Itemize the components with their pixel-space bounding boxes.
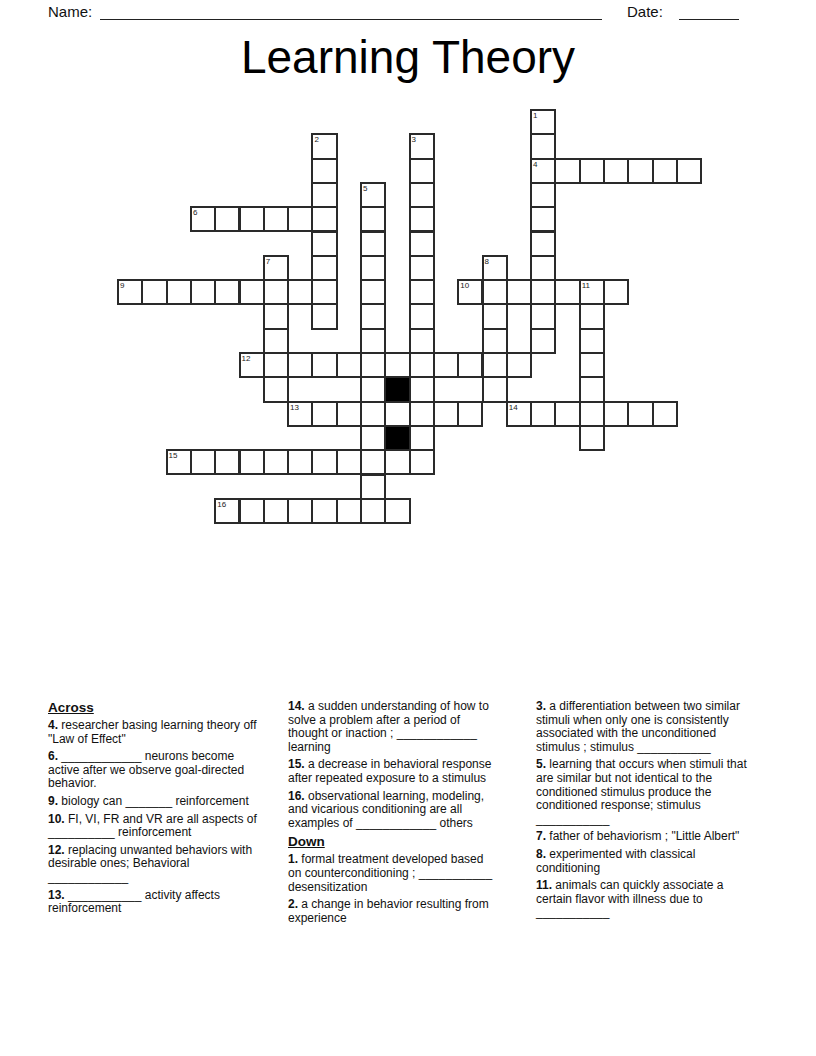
answer-cell[interactable] [409,206,435,232]
answer-cell[interactable] [263,206,289,232]
clue-number: 4. [48,718,61,732]
answer-cell[interactable] [311,255,337,281]
clue-7-down: 7. father of behaviorism ; "Little Alber… [536,830,748,844]
clue-13-across: 13. ___________ activity affects reinfor… [48,889,260,916]
clue-text: replacing unwanted behaviors with desira… [48,843,252,884]
answer-cell[interactable] [287,449,313,475]
clue-text: a change in behavior resulting from expe… [288,897,489,925]
answer-cell[interactable] [311,352,337,378]
cell-number: 10 [460,282,469,290]
answer-cell[interactable] [214,206,240,232]
answer-cell[interactable] [360,303,386,329]
clue-text: a differentiation between two similar st… [536,699,740,754]
clue-text: a decrease in behavioral response after … [288,757,491,785]
answer-cell[interactable] [579,328,605,354]
answer-cell[interactable] [457,352,483,378]
clue-number: 11. [536,878,555,892]
answer-cell[interactable] [360,206,386,232]
clue-text: ____________ neurons become active after… [48,749,244,790]
answer-cell[interactable] [530,303,556,329]
answer-cell[interactable] [287,206,313,232]
answer-cell[interactable] [409,303,435,329]
cell-number: 16 [217,501,226,509]
answer-cell[interactable] [239,206,265,232]
answer-cell[interactable] [287,498,313,524]
answer-cell[interactable] [409,158,435,184]
answer-cell[interactable] [360,425,386,451]
clue-text: ___________ activity affects reinforceme… [48,888,220,916]
answer-cell[interactable] [360,449,386,475]
answer-cell[interactable] [603,158,629,184]
clue-5-down: 5. learning that occurs when stimuli tha… [536,758,748,826]
answer-cell[interactable] [579,401,605,427]
answer-cell[interactable] [530,328,556,354]
answer-cell[interactable] [141,279,167,305]
answer-cell[interactable] [360,328,386,354]
clue-14-across: 14. a sudden understanding of how to sol… [288,700,500,754]
answer-cell[interactable] [409,352,435,378]
answer-cell[interactable] [482,279,508,305]
answer-cell[interactable] [384,498,410,524]
clue-number: 12. [48,843,68,857]
cell-number: 1 [533,112,537,120]
answer-cell[interactable] [190,449,216,475]
answer-cell[interactable] [384,352,410,378]
answer-cell[interactable] [579,158,605,184]
answer-cell[interactable] [263,498,289,524]
clue-text: animals can quickly associate a certain … [536,878,723,919]
answer-cell[interactable] [384,401,410,427]
clue-text: learning that occurs when stimuli that a… [536,757,747,825]
answer-cell[interactable] [263,303,289,329]
clue-number: 9. [48,794,61,808]
answer-cell[interactable] [482,352,508,378]
clue-number: 1. [288,852,301,866]
clue-text: formal treatment developed based on coun… [288,852,492,893]
clue-number: 7. [536,829,549,843]
clue-text: a sudden understanding of how to solve a… [288,699,489,754]
clue-6-across: 6. ____________ neurons become active af… [48,750,260,791]
clue-number: 13. [48,888,68,902]
clue-text: experimented with classical conditioning [536,847,695,875]
clue-text: father of behaviorism ; "Little Albert" [549,829,739,843]
answer-cell[interactable] [627,401,653,427]
black-space-cell [384,425,410,451]
answer-cell[interactable] [360,498,386,524]
clue-number: 14. [288,699,308,713]
answer-cell[interactable] [311,498,337,524]
answer-cell[interactable] [457,401,483,427]
answer-cell[interactable] [433,401,459,427]
answer-cell[interactable] [409,401,435,427]
clue-8-down: 8. experimented with classical condition… [536,848,748,875]
clue-15-across: 15. a decrease in behavioral response af… [288,758,500,785]
clue-12-across: 12. replacing unwanted behaviors with de… [48,844,260,885]
cell-number: 6 [193,209,197,217]
answer-cell[interactable] [579,352,605,378]
clue-9-across: 9. biology can _______ reinforcement [48,795,260,809]
answer-cell[interactable] [603,279,629,305]
answer-cell[interactable] [311,158,337,184]
answer-cell[interactable] [190,279,216,305]
answer-cell[interactable] [506,352,532,378]
answer-cell[interactable] [360,279,386,305]
answer-cell[interactable] [579,303,605,329]
answer-cell[interactable] [311,182,337,208]
answer-cell[interactable] [336,449,362,475]
answer-cell[interactable] [530,206,556,232]
answer-cell[interactable] [239,279,265,305]
clue-11-down: 11. animals can quickly associate a cert… [536,879,748,920]
clue-number: 5. [536,757,549,771]
answer-cell[interactable] [336,352,362,378]
clue-10-across: 10. FI, VI, FR and VR are all aspects of… [48,813,260,840]
answer-cell[interactable] [554,401,580,427]
cell-number: 14 [509,404,518,412]
answer-cell[interactable] [530,133,556,159]
answer-cell[interactable] [214,279,240,305]
clue-number: 3. [536,699,549,713]
answer-cell[interactable] [384,449,410,475]
answer-cell[interactable] [360,231,386,257]
answer-cell[interactable] [311,231,337,257]
answer-cell[interactable] [652,158,678,184]
clue-16-across: 16. observational learning, modeling, an… [288,790,500,831]
clue-number: 8. [536,847,549,861]
clue-number: 2. [288,897,301,911]
answer-cell[interactable] [311,303,337,329]
clue-text: FI, VI, FR and VR are all aspects of ___… [48,812,257,840]
cell-number: 3 [412,136,416,144]
answer-cell[interactable] [409,279,435,305]
answer-cell[interactable] [409,182,435,208]
black-space-cell [384,376,410,402]
cell-number: 13 [290,404,299,412]
answer-cell[interactable] [239,449,265,475]
answer-cell[interactable] [311,279,337,305]
answer-cell[interactable] [360,401,386,427]
answer-cell[interactable] [287,352,313,378]
answer-cell[interactable] [482,303,508,329]
answer-cell[interactable] [311,401,337,427]
clue-4-across: 4. researcher basing learning theory off… [48,719,260,746]
answer-cell[interactable] [409,376,435,402]
clue-number: 6. [48,749,61,763]
clue-number: 16. [288,789,308,803]
answer-cell[interactable] [554,279,580,305]
cell-number: 11 [582,282,590,290]
answer-cell[interactable] [214,449,240,475]
clues-column-3: 3. a differentiation between two similar… [536,700,748,924]
clues-column-1: Across4. researcher basing learning theo… [48,700,260,920]
answer-cell[interactable] [360,352,386,378]
worksheet-page: Name: Date: Learning Theory 123456789101… [0,0,816,1056]
clue-number: 15. [288,757,308,771]
answer-cell[interactable] [409,449,435,475]
answer-cell[interactable] [336,498,362,524]
answer-cell[interactable] [554,158,580,184]
answer-cell[interactable] [311,206,337,232]
clue-3-down: 3. a differentiation between two similar… [536,700,748,754]
answer-cell[interactable] [311,449,337,475]
clue-2-down: 2. a change in behavior resulting from e… [288,898,500,925]
answer-cell[interactable] [263,449,289,475]
answer-cell[interactable] [263,352,289,378]
answer-cell[interactable] [336,401,362,427]
answer-cell[interactable] [409,328,435,354]
cell-number: 4 [533,161,537,169]
clue-text: researcher basing learning theory off "L… [48,718,257,746]
answer-cell[interactable] [530,182,556,208]
answer-cell[interactable] [360,376,386,402]
answer-cell[interactable] [530,255,556,281]
clue-text: biology can _______ reinforcement [61,794,248,808]
answer-cell[interactable] [627,158,653,184]
clue-number: 10. [48,812,68,826]
answer-cell[interactable] [239,498,265,524]
cell-number: 12 [242,355,251,363]
answer-cell[interactable] [506,279,532,305]
answer-cell[interactable] [530,279,556,305]
answer-cell[interactable] [482,376,508,402]
answer-cell[interactable] [579,425,605,451]
cell-number: 8 [485,258,489,266]
answer-cell[interactable] [287,279,313,305]
crossword-grid: 12345678910111213141516 [0,0,816,620]
across-header: Across [48,700,260,715]
down-header: Down [288,834,500,849]
answer-cell[interactable] [676,158,702,184]
answer-cell[interactable] [360,255,386,281]
clues-column-2: 14. a sudden understanding of how to sol… [288,700,500,929]
answer-cell[interactable] [482,328,508,354]
answer-cell[interactable] [166,279,192,305]
answer-cell[interactable] [530,401,556,427]
cell-number: 2 [314,136,318,144]
answer-cell[interactable] [263,328,289,354]
answer-cell[interactable] [603,401,629,427]
answer-cell[interactable] [409,231,435,257]
cell-number: 15 [169,452,178,460]
answer-cell[interactable] [263,376,289,402]
answer-cell[interactable] [263,279,289,305]
answer-cell[interactable] [433,352,459,378]
answer-cell[interactable] [579,376,605,402]
answer-cell[interactable] [409,425,435,451]
answer-cell[interactable] [652,401,678,427]
clue-text: observational learning, modeling, and vi… [288,789,484,830]
answer-cell[interactable] [409,255,435,281]
answer-cell[interactable] [360,474,386,500]
clue-1-down: 1. formal treatment developed based on c… [288,853,500,894]
cell-number: 7 [266,258,270,266]
answer-cell[interactable] [530,231,556,257]
cell-number: 9 [120,282,124,290]
cell-number: 5 [363,185,367,193]
